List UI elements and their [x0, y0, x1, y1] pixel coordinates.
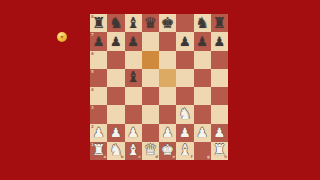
square-b7[interactable]: ♟ — [107, 32, 124, 50]
square-c4[interactable] — [125, 87, 142, 105]
square-h3[interactable] — [211, 105, 228, 123]
square-e2[interactable]: ♟ — [159, 124, 176, 142]
square-b2[interactable]: ♟ — [107, 124, 124, 142]
black-knight[interactable]: ♞ — [195, 15, 208, 30]
square-c6[interactable] — [125, 51, 142, 69]
star-icon: ★ — [59, 34, 64, 40]
square-b6[interactable] — [107, 51, 124, 69]
square-f5[interactable] — [176, 69, 193, 87]
square-e7[interactable] — [159, 32, 176, 50]
white-pawn[interactable]: ♟ — [110, 126, 122, 139]
square-g2[interactable]: ♟ — [194, 124, 211, 142]
white-pawn[interactable]: ♟ — [127, 126, 139, 139]
square-a4[interactable]: 4 — [90, 87, 107, 105]
white-pawn[interactable]: ♟ — [214, 126, 226, 139]
square-d8[interactable]: ♛ — [142, 14, 159, 32]
square-c8[interactable]: ♝ — [125, 14, 142, 32]
square-c5[interactable]: ♝ — [125, 69, 142, 87]
square-c2[interactable]: ♟ — [125, 124, 142, 142]
file-label-g: g — [207, 155, 210, 159]
square-b3[interactable] — [107, 105, 124, 123]
white-knight[interactable]: ♞ — [178, 106, 191, 121]
square-d4[interactable] — [142, 87, 159, 105]
square-e5[interactable] — [159, 69, 176, 87]
square-g8[interactable]: ♞ — [194, 14, 211, 32]
white-pawn[interactable]: ♟ — [196, 126, 208, 139]
square-g7[interactable]: ♟ — [194, 32, 211, 50]
square-a3[interactable]: 3 — [90, 105, 107, 123]
square-h1[interactable]: h♜ — [211, 142, 228, 160]
square-g6[interactable] — [194, 51, 211, 69]
square-g5[interactable] — [194, 69, 211, 87]
white-pawn[interactable]: ♟ — [179, 126, 191, 139]
square-d6[interactable]: ♟ — [142, 51, 159, 69]
square-g4[interactable] — [194, 87, 211, 105]
white-rook[interactable]: ♜ — [92, 143, 105, 158]
square-f2[interactable]: ♟ — [176, 124, 193, 142]
square-d7[interactable] — [142, 32, 159, 50]
square-f1[interactable]: f♝ — [176, 142, 193, 160]
page-background: 8♜♞♝♛♚♞♜7♟♟♟♟♟♟6♟5♝43♞2♟♟♟♟♟♟♟1a♜b♞c♝d♛e… — [0, 0, 320, 180]
black-rook[interactable]: ♜ — [92, 15, 105, 30]
square-a1[interactable]: 1a♜ — [90, 142, 107, 160]
square-e4[interactable] — [159, 87, 176, 105]
square-c7[interactable]: ♟ — [125, 32, 142, 50]
white-bishop[interactable]: ♝ — [126, 143, 139, 158]
square-b4[interactable] — [107, 87, 124, 105]
rank-label-6: 6 — [91, 52, 94, 56]
black-pawn[interactable]: ♟ — [179, 34, 191, 47]
square-f4[interactable] — [176, 87, 193, 105]
black-pawn[interactable]: ♟ — [93, 34, 105, 47]
rank-label-5: 5 — [91, 70, 94, 74]
black-bishop[interactable]: ♝ — [126, 70, 139, 85]
gold-coin-badge: ★ — [57, 32, 67, 42]
square-c1[interactable]: c♝ — [125, 142, 142, 160]
square-h2[interactable]: ♟ — [211, 124, 228, 142]
white-bishop[interactable]: ♝ — [178, 143, 191, 158]
square-b5[interactable] — [107, 69, 124, 87]
square-a7[interactable]: 7♟ — [90, 32, 107, 50]
square-b8[interactable]: ♞ — [107, 14, 124, 32]
rank-label-3: 3 — [91, 106, 94, 110]
chess-board: 8♜♞♝♛♚♞♜7♟♟♟♟♟♟6♟5♝43♞2♟♟♟♟♟♟♟1a♜b♞c♝d♛e… — [90, 14, 228, 160]
square-f7[interactable]: ♟ — [176, 32, 193, 50]
rank-label-4: 4 — [91, 88, 94, 92]
square-f6[interactable] — [176, 51, 193, 69]
square-d2[interactable] — [142, 124, 159, 142]
square-f8[interactable] — [176, 14, 193, 32]
square-h7[interactable]: ♟ — [211, 32, 228, 50]
square-g3[interactable] — [194, 105, 211, 123]
white-queen[interactable]: ♛ — [144, 143, 157, 158]
white-knight[interactable]: ♞ — [109, 143, 122, 158]
square-a2[interactable]: 2♟ — [90, 124, 107, 142]
white-rook[interactable]: ♜ — [213, 143, 226, 158]
square-e1[interactable]: e♚ — [159, 142, 176, 160]
square-h4[interactable] — [211, 87, 228, 105]
square-d1[interactable]: d♛ — [142, 142, 159, 160]
black-pawn[interactable]: ♟ — [110, 34, 122, 47]
square-a6[interactable]: 6 — [90, 51, 107, 69]
square-e8[interactable]: ♚ — [159, 14, 176, 32]
black-king[interactable]: ♚ — [161, 15, 174, 30]
black-queen[interactable]: ♛ — [144, 15, 157, 30]
square-c3[interactable] — [125, 105, 142, 123]
square-a8[interactable]: 8♜ — [90, 14, 107, 32]
black-pawn[interactable]: ♟ — [214, 34, 226, 47]
square-b1[interactable]: b♞ — [107, 142, 124, 160]
white-pawn[interactable]: ♟ — [162, 126, 174, 139]
black-knight[interactable]: ♞ — [109, 15, 122, 30]
square-d5[interactable] — [142, 69, 159, 87]
square-f3[interactable]: ♞ — [176, 105, 193, 123]
black-pawn[interactable]: ♟ — [196, 34, 208, 47]
square-a5[interactable]: 5 — [90, 69, 107, 87]
white-pawn[interactable]: ♟ — [93, 126, 105, 139]
square-e3[interactable] — [159, 105, 176, 123]
square-h8[interactable]: ♜ — [211, 14, 228, 32]
black-rook[interactable]: ♜ — [213, 15, 226, 30]
square-d3[interactable] — [142, 105, 159, 123]
black-bishop[interactable]: ♝ — [126, 15, 139, 30]
white-king[interactable]: ♚ — [161, 143, 174, 158]
square-g1[interactable]: g — [194, 142, 211, 160]
black-pawn[interactable]: ♟ — [127, 34, 139, 47]
square-h6[interactable] — [211, 51, 228, 69]
square-e6[interactable] — [159, 51, 176, 69]
square-h5[interactable] — [211, 69, 228, 87]
